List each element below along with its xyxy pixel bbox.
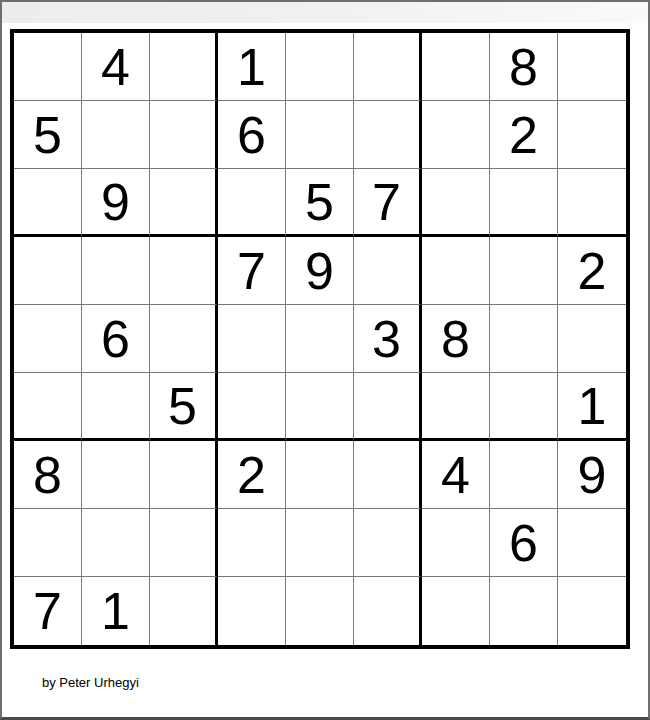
cell-r2c2-empty — [82, 101, 150, 169]
cell-r4c9-given: 2 — [558, 237, 626, 305]
cell-r9c7-empty — [422, 577, 490, 645]
cell-r8c6-empty — [354, 509, 422, 577]
cell-r2c6-empty — [354, 101, 422, 169]
cell-r4c2-empty — [82, 237, 150, 305]
cell-r2c4-given: 6 — [218, 101, 286, 169]
cell-r3c2-given: 9 — [82, 169, 150, 237]
sudoku-page: 418562957792638518249671 by Peter Urhegy… — [0, 0, 650, 720]
cell-r1c1-empty — [14, 33, 82, 101]
cell-r7c7-given: 4 — [422, 441, 490, 509]
cell-r7c5-empty — [286, 441, 354, 509]
cell-r2c8-given: 2 — [490, 101, 558, 169]
cell-r9c3-empty — [150, 577, 218, 645]
cell-r2c5-empty — [286, 101, 354, 169]
cell-r8c4-empty — [218, 509, 286, 577]
cell-r3c1-empty — [14, 169, 82, 237]
cell-r4c8-empty — [490, 237, 558, 305]
cell-r6c9-given: 1 — [558, 373, 626, 441]
cell-r6c1-empty — [14, 373, 82, 441]
cell-r7c4-given: 2 — [218, 441, 286, 509]
cell-r1c9-empty — [558, 33, 626, 101]
cell-r4c1-empty — [14, 237, 82, 305]
cell-r8c5-empty — [286, 509, 354, 577]
author-credit: by Peter Urhegyi — [42, 675, 139, 690]
cell-r2c7-empty — [422, 101, 490, 169]
cell-r3c8-empty — [490, 169, 558, 237]
cell-r8c2-empty — [82, 509, 150, 577]
cell-r5c5-empty — [286, 305, 354, 373]
cell-r8c8-given: 6 — [490, 509, 558, 577]
cell-r1c5-empty — [286, 33, 354, 101]
cell-r3c9-empty — [558, 169, 626, 237]
cell-r4c7-empty — [422, 237, 490, 305]
cell-r8c9-empty — [558, 509, 626, 577]
cell-r6c5-empty — [286, 373, 354, 441]
cell-r5c2-given: 6 — [82, 305, 150, 373]
cell-r9c2-given: 1 — [82, 577, 150, 645]
cell-r8c3-empty — [150, 509, 218, 577]
sudoku-board: 418562957792638518249671 — [10, 29, 630, 649]
cell-r9c8-empty — [490, 577, 558, 645]
cell-r6c4-empty — [218, 373, 286, 441]
cell-r6c6-empty — [354, 373, 422, 441]
cell-r6c2-empty — [82, 373, 150, 441]
cell-r5c3-empty — [150, 305, 218, 373]
cell-r5c9-empty — [558, 305, 626, 373]
cell-r7c8-empty — [490, 441, 558, 509]
cell-r6c7-empty — [422, 373, 490, 441]
cell-r1c3-empty — [150, 33, 218, 101]
top-gradient-bar — [2, 2, 648, 23]
cell-r3c7-empty — [422, 169, 490, 237]
cell-r7c2-empty — [82, 441, 150, 509]
cell-r3c6-given: 7 — [354, 169, 422, 237]
cell-r5c1-empty — [14, 305, 82, 373]
cell-r9c4-empty — [218, 577, 286, 645]
cell-r9c6-empty — [354, 577, 422, 645]
cell-r8c7-empty — [422, 509, 490, 577]
cell-r3c3-empty — [150, 169, 218, 237]
cell-r7c1-given: 8 — [14, 441, 82, 509]
cell-r1c4-given: 1 — [218, 33, 286, 101]
cell-r7c6-empty — [354, 441, 422, 509]
cell-r2c1-given: 5 — [14, 101, 82, 169]
cell-r7c9-given: 9 — [558, 441, 626, 509]
cell-r5c7-given: 8 — [422, 305, 490, 373]
cell-r4c6-empty — [354, 237, 422, 305]
cell-r3c5-given: 5 — [286, 169, 354, 237]
cell-r1c8-given: 8 — [490, 33, 558, 101]
cell-r4c5-given: 9 — [286, 237, 354, 305]
cell-r1c7-empty — [422, 33, 490, 101]
cell-r5c6-given: 3 — [354, 305, 422, 373]
cell-r8c1-empty — [14, 509, 82, 577]
cell-r4c4-given: 7 — [218, 237, 286, 305]
cell-r3c4-empty — [218, 169, 286, 237]
cell-r5c8-empty — [490, 305, 558, 373]
cell-r6c3-given: 5 — [150, 373, 218, 441]
cell-r1c6-empty — [354, 33, 422, 101]
cell-r9c9-empty — [558, 577, 626, 645]
cell-r9c5-empty — [286, 577, 354, 645]
cell-r7c3-empty — [150, 441, 218, 509]
cell-r1c2-given: 4 — [82, 33, 150, 101]
cell-r2c9-empty — [558, 101, 626, 169]
cell-r5c4-empty — [218, 305, 286, 373]
cell-r4c3-empty — [150, 237, 218, 305]
cell-r2c3-empty — [150, 101, 218, 169]
cell-r9c1-given: 7 — [14, 577, 82, 645]
cell-r6c8-empty — [490, 373, 558, 441]
